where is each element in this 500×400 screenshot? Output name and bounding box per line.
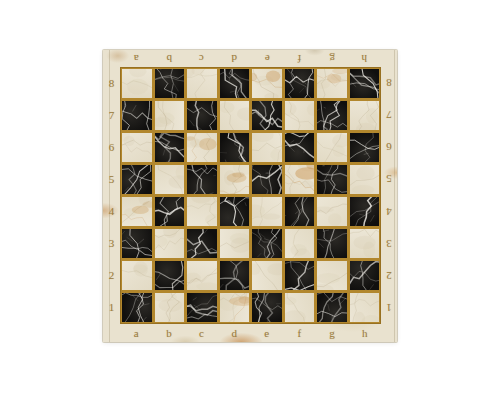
board-frame: abcdefgh abcdefgh 87654321 87654321 <box>103 50 397 342</box>
square-b8 <box>155 69 185 98</box>
square-f7 <box>285 101 315 130</box>
square-b6 <box>155 133 185 162</box>
square-d5 <box>220 165 250 194</box>
square-h8 <box>350 69 380 98</box>
square-a2 <box>122 261 152 290</box>
rank-label-left-6: 6 <box>103 131 120 163</box>
file-label-bottom-g: g <box>316 324 349 342</box>
square-g1 <box>317 293 347 322</box>
file-label-top-c: c <box>185 50 218 67</box>
square-a1 <box>122 293 152 322</box>
file-label-bottom-h: h <box>348 324 381 342</box>
square-b2 <box>155 261 185 290</box>
rank-label-left-8: 8 <box>103 67 120 99</box>
square-a8 <box>122 69 152 98</box>
rank-label-right-7: 7 <box>381 99 397 131</box>
square-a3 <box>122 229 152 258</box>
square-d6 <box>220 133 250 162</box>
square-c8 <box>187 69 217 98</box>
square-g3 <box>317 229 347 258</box>
square-f2 <box>285 261 315 290</box>
square-e6 <box>252 133 282 162</box>
square-e7 <box>252 101 282 130</box>
square-a5 <box>122 165 152 194</box>
square-f1 <box>285 293 315 322</box>
file-label-top-b: b <box>153 50 186 67</box>
file-label-top-g: g <box>316 50 349 67</box>
product-photo: abcdefgh abcdefgh 87654321 87654321 <box>0 0 500 400</box>
square-a4 <box>122 197 152 226</box>
rank-labels-left: 87654321 <box>103 67 120 324</box>
square-e1 <box>252 293 282 322</box>
square-f5 <box>285 165 315 194</box>
square-d8 <box>220 69 250 98</box>
square-c2 <box>187 261 217 290</box>
square-h1 <box>350 293 380 322</box>
square-d2 <box>220 261 250 290</box>
rank-label-left-5: 5 <box>103 163 120 195</box>
square-e8 <box>252 69 282 98</box>
square-b1 <box>155 293 185 322</box>
file-label-top-e: e <box>251 50 284 67</box>
square-c6 <box>187 133 217 162</box>
square-g4 <box>317 197 347 226</box>
rank-label-left-4: 4 <box>103 196 120 228</box>
square-e4 <box>252 197 282 226</box>
rank-labels-right: 87654321 <box>381 67 397 324</box>
rank-label-left-2: 2 <box>103 260 120 292</box>
square-a7 <box>122 101 152 130</box>
file-label-bottom-d: d <box>218 324 251 342</box>
square-g8 <box>317 69 347 98</box>
square-d3 <box>220 229 250 258</box>
square-f6 <box>285 133 315 162</box>
square-b5 <box>155 165 185 194</box>
square-h7 <box>350 101 380 130</box>
chess-board: abcdefgh abcdefgh 87654321 87654321 <box>103 50 397 342</box>
square-h6 <box>350 133 380 162</box>
square-d7 <box>220 101 250 130</box>
file-label-bottom-c: c <box>185 324 218 342</box>
square-e3 <box>252 229 282 258</box>
square-f3 <box>285 229 315 258</box>
rank-label-left-7: 7 <box>103 99 120 131</box>
square-c3 <box>187 229 217 258</box>
square-e2 <box>252 261 282 290</box>
rank-label-left-1: 1 <box>103 292 120 324</box>
square-b7 <box>155 101 185 130</box>
square-d1 <box>220 293 250 322</box>
rank-label-right-3: 3 <box>381 228 397 260</box>
square-b4 <box>155 197 185 226</box>
square-g2 <box>317 261 347 290</box>
board-grid <box>120 67 381 324</box>
square-c5 <box>187 165 217 194</box>
square-g5 <box>317 165 347 194</box>
file-labels-bottom: abcdefgh <box>120 324 381 342</box>
square-c1 <box>187 293 217 322</box>
square-c7 <box>187 101 217 130</box>
square-b3 <box>155 229 185 258</box>
square-g6 <box>317 133 347 162</box>
file-labels-top: abcdefgh <box>120 50 381 67</box>
square-h2 <box>350 261 380 290</box>
square-e5 <box>252 165 282 194</box>
rank-label-left-3: 3 <box>103 228 120 260</box>
file-label-top-f: f <box>283 50 316 67</box>
rank-label-right-4: 4 <box>381 196 397 228</box>
rank-label-right-6: 6 <box>381 131 397 163</box>
file-label-bottom-a: a <box>120 324 153 342</box>
file-label-bottom-f: f <box>283 324 316 342</box>
square-f4 <box>285 197 315 226</box>
square-h3 <box>350 229 380 258</box>
square-g7 <box>317 101 347 130</box>
file-label-top-h: h <box>348 50 381 67</box>
file-label-top-a: a <box>120 50 153 67</box>
rank-label-right-5: 5 <box>381 163 397 195</box>
square-h5 <box>350 165 380 194</box>
square-a6 <box>122 133 152 162</box>
square-h4 <box>350 197 380 226</box>
file-label-bottom-b: b <box>153 324 186 342</box>
rank-label-right-1: 1 <box>381 292 397 324</box>
file-label-bottom-e: e <box>251 324 284 342</box>
file-label-top-d: d <box>218 50 251 67</box>
square-c4 <box>187 197 217 226</box>
rank-label-right-8: 8 <box>381 67 397 99</box>
square-d4 <box>220 197 250 226</box>
square-f8 <box>285 69 315 98</box>
rank-label-right-2: 2 <box>381 260 397 292</box>
